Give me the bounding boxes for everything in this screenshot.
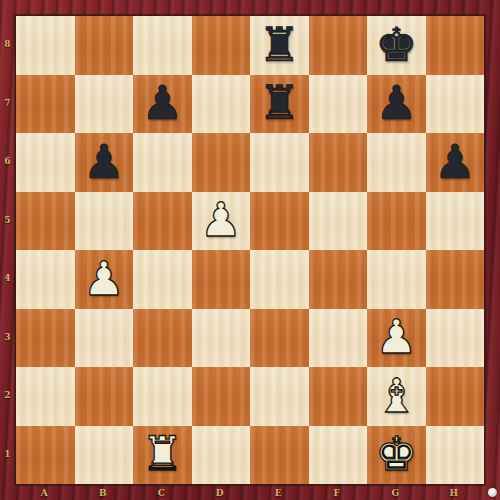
- square-c2[interactable]: [133, 367, 192, 426]
- square-b3[interactable]: [75, 309, 134, 368]
- rank-label-1: 1: [0, 425, 15, 484]
- square-d3[interactable]: [192, 309, 251, 368]
- square-f1[interactable]: [309, 426, 368, 485]
- square-a2[interactable]: [16, 367, 75, 426]
- square-d4[interactable]: [192, 250, 251, 309]
- square-h5[interactable]: [426, 192, 485, 251]
- square-e3[interactable]: [250, 309, 309, 368]
- square-h1[interactable]: [426, 426, 485, 485]
- square-d6[interactable]: [192, 133, 251, 192]
- square-h3[interactable]: [426, 309, 485, 368]
- rank-labels: 87654321: [0, 15, 15, 483]
- piece-white-king-g1[interactable]: ♚: [375, 430, 417, 477]
- piece-black-pawn-h6[interactable]: ♟: [434, 138, 476, 185]
- square-c6[interactable]: [133, 133, 192, 192]
- square-g8[interactable]: ♚: [367, 16, 426, 75]
- file-label-f: F: [308, 485, 367, 500]
- square-a3[interactable]: [16, 309, 75, 368]
- file-label-c: C: [132, 485, 191, 500]
- square-f2[interactable]: [309, 367, 368, 426]
- rank-label-3: 3: [0, 308, 15, 367]
- side-to-move-indicator: [488, 488, 497, 497]
- square-g2[interactable]: ♝: [367, 367, 426, 426]
- square-e5[interactable]: [250, 192, 309, 251]
- square-d7[interactable]: [192, 75, 251, 134]
- rank-label-7: 7: [0, 74, 15, 133]
- file-label-a: A: [15, 485, 74, 500]
- square-f6[interactable]: [309, 133, 368, 192]
- square-a7[interactable]: [16, 75, 75, 134]
- square-b8[interactable]: [75, 16, 134, 75]
- square-b4[interactable]: ♟: [75, 250, 134, 309]
- square-a4[interactable]: [16, 250, 75, 309]
- square-h4[interactable]: [426, 250, 485, 309]
- square-h6[interactable]: ♟: [426, 133, 485, 192]
- piece-black-king-g8[interactable]: ♚: [375, 21, 417, 68]
- square-c4[interactable]: [133, 250, 192, 309]
- square-h8[interactable]: [426, 16, 485, 75]
- square-g6[interactable]: [367, 133, 426, 192]
- square-c1[interactable]: ♜: [133, 426, 192, 485]
- square-e6[interactable]: [250, 133, 309, 192]
- square-d1[interactable]: [192, 426, 251, 485]
- square-e1[interactable]: [250, 426, 309, 485]
- square-c3[interactable]: [133, 309, 192, 368]
- rank-label-2: 2: [0, 366, 15, 425]
- square-f7[interactable]: [309, 75, 368, 134]
- piece-black-rook-e8[interactable]: ♜: [258, 21, 300, 68]
- square-b5[interactable]: [75, 192, 134, 251]
- square-f4[interactable]: [309, 250, 368, 309]
- file-label-h: H: [425, 485, 484, 500]
- square-e8[interactable]: ♜: [250, 16, 309, 75]
- piece-black-rook-e7[interactable]: ♜: [258, 79, 300, 126]
- piece-white-pawn-b4[interactable]: ♟: [83, 255, 125, 302]
- file-label-g: G: [366, 485, 425, 500]
- square-a8[interactable]: [16, 16, 75, 75]
- rank-label-4: 4: [0, 249, 15, 308]
- file-label-b: B: [74, 485, 133, 500]
- chess-board-frame: ♜♚♟♜♟♟♟♟♟♟♝♜♚ 87654321 ABCDEFGH: [0, 0, 500, 500]
- square-c5[interactable]: [133, 192, 192, 251]
- rank-label-8: 8: [0, 15, 15, 74]
- piece-white-pawn-d5[interactable]: ♟: [200, 196, 242, 243]
- square-h2[interactable]: [426, 367, 485, 426]
- square-e2[interactable]: [250, 367, 309, 426]
- square-b1[interactable]: [75, 426, 134, 485]
- square-f3[interactable]: [309, 309, 368, 368]
- file-labels: ABCDEFGH: [15, 485, 483, 500]
- file-label-e: E: [249, 485, 308, 500]
- square-b6[interactable]: ♟: [75, 133, 134, 192]
- square-d5[interactable]: ♟: [192, 192, 251, 251]
- square-a1[interactable]: [16, 426, 75, 485]
- piece-black-pawn-g7[interactable]: ♟: [375, 79, 417, 126]
- piece-black-pawn-c7[interactable]: ♟: [141, 79, 183, 126]
- piece-white-bishop-g2[interactable]: ♝: [375, 372, 417, 419]
- square-a6[interactable]: [16, 133, 75, 192]
- rank-label-5: 5: [0, 191, 15, 250]
- square-e4[interactable]: [250, 250, 309, 309]
- square-g4[interactable]: [367, 250, 426, 309]
- rank-label-6: 6: [0, 132, 15, 191]
- chess-board: ♜♚♟♜♟♟♟♟♟♟♝♜♚: [15, 15, 485, 485]
- square-h7[interactable]: [426, 75, 485, 134]
- square-g7[interactable]: ♟: [367, 75, 426, 134]
- square-f5[interactable]: [309, 192, 368, 251]
- square-f8[interactable]: [309, 16, 368, 75]
- piece-white-pawn-g3[interactable]: ♟: [375, 313, 417, 360]
- piece-white-rook-c1[interactable]: ♜: [141, 430, 183, 477]
- square-d2[interactable]: [192, 367, 251, 426]
- file-label-d: D: [191, 485, 250, 500]
- square-b2[interactable]: [75, 367, 134, 426]
- square-e7[interactable]: ♜: [250, 75, 309, 134]
- square-g3[interactable]: ♟: [367, 309, 426, 368]
- square-d8[interactable]: [192, 16, 251, 75]
- piece-black-pawn-b6[interactable]: ♟: [83, 138, 125, 185]
- square-g5[interactable]: [367, 192, 426, 251]
- square-b7[interactable]: [75, 75, 134, 134]
- square-g1[interactable]: ♚: [367, 426, 426, 485]
- square-a5[interactable]: [16, 192, 75, 251]
- square-c8[interactable]: [133, 16, 192, 75]
- square-c7[interactable]: ♟: [133, 75, 192, 134]
